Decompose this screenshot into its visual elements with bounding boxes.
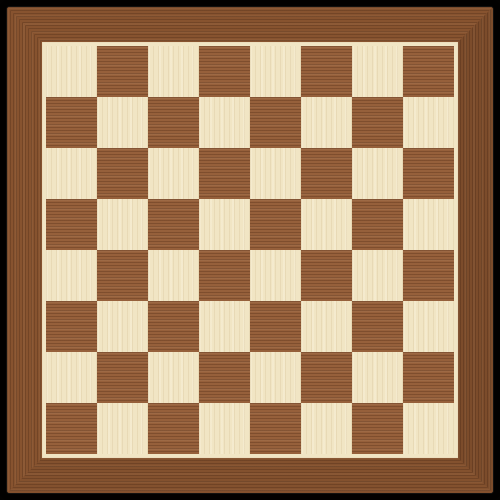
square-b3[interactable] xyxy=(97,301,148,352)
square-e8[interactable] xyxy=(250,46,301,97)
square-d5[interactable] xyxy=(199,199,250,250)
square-c7[interactable] xyxy=(148,97,199,148)
square-h7[interactable] xyxy=(403,97,454,148)
square-b2[interactable] xyxy=(97,352,148,403)
square-f8[interactable] xyxy=(301,46,352,97)
square-d4[interactable] xyxy=(199,250,250,301)
square-c5[interactable] xyxy=(148,199,199,250)
square-d3[interactable] xyxy=(199,301,250,352)
square-h3[interactable] xyxy=(403,301,454,352)
square-h8[interactable] xyxy=(403,46,454,97)
square-f7[interactable] xyxy=(301,97,352,148)
square-b4[interactable] xyxy=(97,250,148,301)
square-e1[interactable] xyxy=(250,403,301,454)
frame-right-rail xyxy=(457,7,493,493)
square-g8[interactable] xyxy=(352,46,403,97)
square-c4[interactable] xyxy=(148,250,199,301)
square-d8[interactable] xyxy=(199,46,250,97)
square-h6[interactable] xyxy=(403,148,454,199)
square-a5[interactable] xyxy=(46,199,97,250)
square-g1[interactable] xyxy=(352,403,403,454)
square-c6[interactable] xyxy=(148,148,199,199)
square-f6[interactable] xyxy=(301,148,352,199)
square-g3[interactable] xyxy=(352,301,403,352)
square-b6[interactable] xyxy=(97,148,148,199)
square-e4[interactable] xyxy=(250,250,301,301)
board-grid xyxy=(46,46,454,454)
square-d2[interactable] xyxy=(199,352,250,403)
frame-top-rail xyxy=(7,7,493,43)
square-e6[interactable] xyxy=(250,148,301,199)
square-a7[interactable] xyxy=(46,97,97,148)
square-h5[interactable] xyxy=(403,199,454,250)
square-g5[interactable] xyxy=(352,199,403,250)
chessboard-photo xyxy=(0,0,500,500)
square-c3[interactable] xyxy=(148,301,199,352)
square-a1[interactable] xyxy=(46,403,97,454)
square-f5[interactable] xyxy=(301,199,352,250)
square-d6[interactable] xyxy=(199,148,250,199)
square-e7[interactable] xyxy=(250,97,301,148)
square-h4[interactable] xyxy=(403,250,454,301)
square-b1[interactable] xyxy=(97,403,148,454)
square-a6[interactable] xyxy=(46,148,97,199)
square-c1[interactable] xyxy=(148,403,199,454)
square-a2[interactable] xyxy=(46,352,97,403)
square-d1[interactable] xyxy=(199,403,250,454)
square-g4[interactable] xyxy=(352,250,403,301)
square-f1[interactable] xyxy=(301,403,352,454)
square-f2[interactable] xyxy=(301,352,352,403)
square-g2[interactable] xyxy=(352,352,403,403)
square-g7[interactable] xyxy=(352,97,403,148)
square-h1[interactable] xyxy=(403,403,454,454)
square-a3[interactable] xyxy=(46,301,97,352)
frame-left-rail xyxy=(7,7,43,493)
square-h2[interactable] xyxy=(403,352,454,403)
square-f4[interactable] xyxy=(301,250,352,301)
square-f3[interactable] xyxy=(301,301,352,352)
square-g6[interactable] xyxy=(352,148,403,199)
square-e2[interactable] xyxy=(250,352,301,403)
square-e3[interactable] xyxy=(250,301,301,352)
square-b8[interactable] xyxy=(97,46,148,97)
square-b5[interactable] xyxy=(97,199,148,250)
square-e5[interactable] xyxy=(250,199,301,250)
square-c2[interactable] xyxy=(148,352,199,403)
square-d7[interactable] xyxy=(199,97,250,148)
board-frame xyxy=(7,7,493,493)
frame-bottom-rail xyxy=(7,457,493,493)
square-a4[interactable] xyxy=(46,250,97,301)
square-a8[interactable] xyxy=(46,46,97,97)
square-c8[interactable] xyxy=(148,46,199,97)
square-b7[interactable] xyxy=(97,97,148,148)
